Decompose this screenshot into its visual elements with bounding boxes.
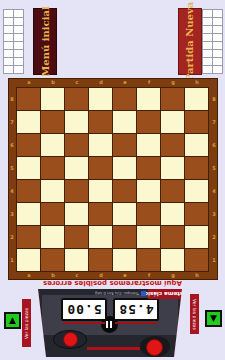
score-grid-left: [3, 9, 24, 74]
coordinate-label: d: [96, 79, 106, 85]
square-c1[interactable]: [65, 249, 88, 271]
square-c6[interactable]: [65, 134, 88, 156]
square-d5[interactable]: [89, 157, 112, 179]
score-cell: [4, 66, 13, 73]
score-cell: [203, 50, 212, 57]
square-b2[interactable]: [41, 226, 64, 248]
coordinate-label: g: [168, 272, 178, 278]
partida-nueva-button[interactable]: Partida Nueva: [178, 8, 202, 75]
square-g5[interactable]: [161, 157, 184, 179]
lcd-underline-right: [115, 322, 157, 324]
coordinate-label: f: [144, 79, 154, 85]
square-g3[interactable]: [161, 203, 184, 225]
coordinate-label: 1: [7, 257, 17, 263]
square-c7[interactable]: [65, 111, 88, 133]
square-c5[interactable]: [65, 157, 88, 179]
clock-top-stripe: [87, 347, 140, 350]
square-f6[interactable]: [137, 134, 160, 156]
chess-clock: 4.58 5.00 Sistema clásico Tiempo: C/u 5m…: [38, 289, 182, 357]
square-h2[interactable]: [185, 226, 208, 248]
score-cell: [203, 42, 212, 49]
square-a2[interactable]: [17, 226, 40, 248]
square-f5[interactable]: [137, 157, 160, 179]
square-d1[interactable]: [89, 249, 112, 271]
square-a1[interactable]: [17, 249, 40, 271]
square-e2[interactable]: [113, 226, 136, 248]
square-d2[interactable]: [89, 226, 112, 248]
square-g2[interactable]: [161, 226, 184, 248]
arrow-up-icon: ▲: [9, 316, 16, 325]
square-e5[interactable]: [113, 157, 136, 179]
ver-las-piezas-label-left: Ver las piezas: [24, 308, 29, 339]
square-h3[interactable]: [185, 203, 208, 225]
score-cell: [213, 18, 222, 25]
square-c4[interactable]: [65, 180, 88, 202]
coordinate-label: b: [48, 272, 58, 278]
arrow-down-icon: ▼: [210, 314, 217, 323]
coordinate-label: c: [72, 79, 82, 85]
square-f8[interactable]: [137, 88, 160, 110]
coordinate-label: 2: [7, 234, 17, 240]
menu-inicial-button[interactable]: Menú inicial: [33, 8, 57, 75]
clock-press-button-oval-red[interactable]: [63, 332, 78, 347]
square-b7[interactable]: [41, 111, 64, 133]
score-cell: [4, 42, 13, 49]
coordinate-label: h: [192, 272, 202, 278]
partida-nueva-label: Partida Nueva: [185, 2, 196, 81]
coordinate-label: a: [24, 79, 34, 85]
square-d6[interactable]: [89, 134, 112, 156]
square-e1[interactable]: [113, 249, 136, 271]
square-d8[interactable]: [89, 88, 112, 110]
square-g7[interactable]: [161, 111, 184, 133]
coordinate-label: 1: [209, 257, 219, 263]
square-a6[interactable]: [17, 134, 40, 156]
score-cell: [203, 26, 212, 33]
coordinate-label: 6: [209, 142, 219, 148]
square-d4[interactable]: [89, 180, 112, 202]
score-cell: [4, 10, 13, 17]
score-cell: [203, 10, 212, 17]
score-cell: [203, 34, 212, 41]
square-e3[interactable]: [113, 203, 136, 225]
clock-title: Sistema clásico: [148, 289, 182, 299]
coordinate-label: 2: [209, 234, 219, 240]
score-cell: [4, 26, 13, 33]
clock-press-button-dome-red[interactable]: [146, 339, 163, 356]
square-e6[interactable]: [113, 134, 136, 156]
square-g1[interactable]: [161, 249, 184, 271]
score-cell: [213, 10, 222, 17]
square-b6[interactable]: [41, 134, 64, 156]
score-cell: [213, 26, 222, 33]
app-screen: Menú inicial Partida Nueva aabbccddeeffg…: [0, 0, 225, 360]
checkers-board[interactable]: aabbccddeeffgghh8877665544332211: [8, 78, 218, 280]
ver-las-piezas-label-right: Ver las piezas: [192, 299, 197, 330]
ver-las-piezas-button-left[interactable]: Ver las piezas: [22, 299, 31, 347]
square-d7[interactable]: [89, 111, 112, 133]
square-h4[interactable]: [185, 180, 208, 202]
score-cell: [14, 18, 23, 25]
coordinate-label: 6: [7, 142, 17, 148]
score-cell: [213, 66, 222, 73]
square-b4[interactable]: [41, 180, 64, 202]
square-f2[interactable]: [137, 226, 160, 248]
square-f3[interactable]: [137, 203, 160, 225]
coordinate-label: 4: [209, 188, 219, 194]
score-cell: [203, 66, 212, 73]
square-h6[interactable]: [185, 134, 208, 156]
clock-time-setting: Tiempo: C/u 5m 0 seg: [95, 292, 139, 297]
score-cell: [213, 34, 222, 41]
board-squares: [16, 87, 209, 272]
coordinate-label: 7: [7, 119, 17, 125]
coordinate-label: c: [72, 272, 82, 278]
menu-inicial-label: Menú inicial: [40, 6, 51, 77]
score-cell: [203, 18, 212, 25]
coordinate-label: h: [192, 79, 202, 85]
score-cell: [4, 18, 13, 25]
score-cell: [14, 50, 23, 57]
coordinate-label: d: [96, 272, 106, 278]
score-grid-right: [202, 9, 223, 74]
square-b1[interactable]: [41, 249, 64, 271]
coordinate-label: 5: [7, 165, 17, 171]
coordinate-label: 3: [7, 211, 17, 217]
score-cell: [14, 34, 23, 41]
square-h1[interactable]: [185, 249, 208, 271]
coordinate-label: 8: [209, 96, 219, 102]
coordinate-label: a: [24, 272, 34, 278]
lcd-underline-left: [63, 322, 105, 324]
coordinate-label: 4: [7, 188, 17, 194]
coordinate-label: e: [120, 272, 130, 278]
square-b5[interactable]: [41, 157, 64, 179]
square-a4[interactable]: [17, 180, 40, 202]
square-h5[interactable]: [185, 157, 208, 179]
coordinate-label: 5: [209, 165, 219, 171]
square-e4[interactable]: [113, 180, 136, 202]
square-b8[interactable]: [41, 88, 64, 110]
coordinate-label: 3: [209, 211, 219, 217]
coordinate-label: e: [120, 79, 130, 85]
score-cell: [14, 66, 23, 73]
score-cell: [14, 58, 23, 65]
score-cell: [4, 34, 13, 41]
square-c2[interactable]: [65, 226, 88, 248]
square-e8[interactable]: [113, 88, 136, 110]
arrow-down-button[interactable]: ▼: [205, 310, 222, 327]
square-a3[interactable]: [17, 203, 40, 225]
square-f1[interactable]: [137, 249, 160, 271]
square-h8[interactable]: [185, 88, 208, 110]
score-cell: [14, 42, 23, 49]
score-cell: [14, 10, 23, 17]
square-f4[interactable]: [137, 180, 160, 202]
coordinate-label: 8: [7, 96, 17, 102]
square-g8[interactable]: [161, 88, 184, 110]
ver-las-piezas-button-right[interactable]: Ver las piezas: [190, 294, 199, 334]
square-c3[interactable]: [65, 203, 88, 225]
score-cell: [213, 50, 222, 57]
clock-title-icon: [141, 292, 146, 297]
time-display-screen-left: 5.00: [61, 298, 107, 321]
square-g4[interactable]: [161, 180, 184, 202]
square-g6[interactable]: [161, 134, 184, 156]
coordinate-label: b: [48, 79, 58, 85]
square-c8[interactable]: [65, 88, 88, 110]
square-a7[interactable]: [17, 111, 40, 133]
square-h7[interactable]: [185, 111, 208, 133]
error-banner: Aquí mostraremos posibles errores: [30, 279, 195, 287]
time-display-screen-right: 4.58: [113, 298, 159, 321]
square-b3[interactable]: [41, 203, 64, 225]
square-f7[interactable]: [137, 111, 160, 133]
score-cell: [4, 58, 13, 65]
score-cell: [14, 26, 23, 33]
clock-header: Sistema clásico Tiempo: C/u 5m 0 seg: [38, 289, 182, 299]
coordinate-label: f: [144, 272, 154, 278]
score-cell: [213, 42, 222, 49]
score-cell: [213, 58, 222, 65]
coordinate-label: 7: [209, 119, 219, 125]
arrow-up-button[interactable]: ▲: [4, 312, 21, 329]
square-a5[interactable]: [17, 157, 40, 179]
score-cell: [203, 58, 212, 65]
coordinate-label: g: [168, 79, 178, 85]
square-d3[interactable]: [89, 203, 112, 225]
square-a8[interactable]: [17, 88, 40, 110]
score-cell: [4, 50, 13, 57]
square-e7[interactable]: [113, 111, 136, 133]
